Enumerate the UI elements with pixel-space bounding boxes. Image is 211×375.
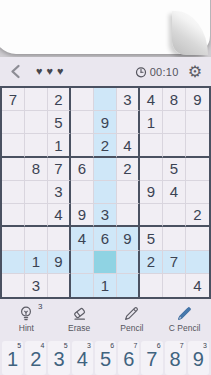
cell-r8c7[interactable]: 2 xyxy=(140,251,163,274)
cell-r9c1[interactable] xyxy=(2,274,25,297)
cell-r5c8[interactable]: 4 xyxy=(163,181,186,204)
hint-label: Hint xyxy=(19,323,34,333)
cell-r9c6[interactable] xyxy=(117,274,140,297)
numpad: 152435435667768793 xyxy=(0,339,211,375)
pencil-icon xyxy=(123,305,140,322)
cell-r6c4[interactable]: 9 xyxy=(71,204,94,227)
back-button[interactable] xyxy=(9,64,22,79)
numpad-digit: 6 xyxy=(123,349,134,369)
sudoku-board: 72348959112487625394493246951927314 xyxy=(0,86,211,299)
numpad-digit: 2 xyxy=(30,349,41,369)
cell-r1c8[interactable]: 8 xyxy=(163,88,186,111)
cell-r5c5[interactable] xyxy=(94,181,117,204)
cell-r1c2[interactable] xyxy=(25,88,48,111)
cell-r9c5[interactable]: 1 xyxy=(94,274,117,297)
numpad-count: 3 xyxy=(87,342,91,349)
lives: ♥♥♥ xyxy=(36,66,64,77)
cell-r7c3[interactable] xyxy=(48,227,71,250)
cell-r9c3[interactable] xyxy=(48,274,71,297)
cell-r8c8[interactable]: 7 xyxy=(163,251,186,274)
erase-button[interactable]: Erase xyxy=(53,305,106,333)
cell-r3c4[interactable] xyxy=(71,134,94,157)
cell-r7c5[interactable]: 6 xyxy=(94,227,117,250)
cell-r7c6[interactable]: 9 xyxy=(117,227,140,250)
header: ♥♥♥ 00:10 ⚙ xyxy=(0,57,211,86)
cell-r5c7[interactable]: 9 xyxy=(140,181,163,204)
cell-r4c1[interactable] xyxy=(2,158,25,181)
cell-r5c6[interactable] xyxy=(117,181,140,204)
numpad-digit: 8 xyxy=(170,349,181,369)
cell-r8c9[interactable] xyxy=(186,251,209,274)
numpad-digit: 1 xyxy=(7,349,18,369)
timer: 00:10 xyxy=(135,66,179,78)
cell-r5c1[interactable] xyxy=(2,181,25,204)
heart-icon: ♥ xyxy=(47,66,54,77)
cell-r4c3[interactable]: 7 xyxy=(48,158,71,181)
pencil-button[interactable]: Pencil xyxy=(106,305,159,333)
cell-r4c2[interactable]: 8 xyxy=(25,158,48,181)
cell-r3c9[interactable] xyxy=(186,134,209,157)
numpad-digit: 5 xyxy=(100,349,111,369)
heart-icon: ♥ xyxy=(36,66,43,77)
numpad-key-4[interactable]: 43 xyxy=(72,341,93,375)
cell-r3c1[interactable] xyxy=(2,134,25,157)
cell-r9c4[interactable] xyxy=(71,274,94,297)
cell-r2c9[interactable] xyxy=(186,111,209,134)
cell-r1c4[interactable] xyxy=(71,88,94,111)
gear-icon: ⚙ xyxy=(188,63,202,80)
cell-r2c1[interactable] xyxy=(2,111,25,134)
cell-r3c5[interactable]: 2 xyxy=(94,134,117,157)
cell-r8c3[interactable]: 9 xyxy=(48,251,71,274)
numpad-key-9[interactable]: 93 xyxy=(188,341,209,375)
cell-r4c5[interactable] xyxy=(94,158,117,181)
cell-r4c9[interactable] xyxy=(186,158,209,181)
cell-r4c8[interactable]: 5 xyxy=(163,158,186,181)
numpad-key-8[interactable]: 87 xyxy=(165,341,186,375)
hint-count-badge: 3 xyxy=(38,302,42,311)
cell-r6c5[interactable]: 3 xyxy=(94,204,117,227)
ad-banner xyxy=(0,0,211,57)
cell-r7c7[interactable]: 5 xyxy=(140,227,163,250)
cell-r6c9[interactable]: 2 xyxy=(186,204,209,227)
cell-r8c5[interactable] xyxy=(94,251,117,274)
cell-r9c8[interactable] xyxy=(163,274,186,297)
clock-icon xyxy=(135,66,147,78)
cell-r1c9[interactable]: 9 xyxy=(186,88,209,111)
bulb-icon xyxy=(18,305,34,322)
chevron-left-icon xyxy=(9,64,22,79)
hint-button[interactable]: 3 Hint xyxy=(0,305,53,333)
cell-r4c4[interactable]: 6 xyxy=(71,158,94,181)
pencil-label: Pencil xyxy=(120,323,143,333)
cell-r5c3[interactable]: 3 xyxy=(48,181,71,204)
cell-r6c8[interactable] xyxy=(163,204,186,227)
cell-r1c7[interactable]: 4 xyxy=(140,88,163,111)
numpad-digit: 4 xyxy=(77,349,88,369)
cell-r3c8[interactable] xyxy=(163,134,186,157)
cell-r6c1[interactable] xyxy=(2,204,25,227)
cell-r8c2[interactable]: 1 xyxy=(25,251,48,274)
cell-r7c4[interactable]: 4 xyxy=(71,227,94,250)
cell-r3c3[interactable]: 1 xyxy=(48,134,71,157)
cell-r2c8[interactable] xyxy=(163,111,186,134)
cell-r1c1[interactable]: 7 xyxy=(2,88,25,111)
numpad-digit: 7 xyxy=(146,349,157,369)
cell-r8c6[interactable] xyxy=(117,251,140,274)
cell-r7c8[interactable] xyxy=(163,227,186,250)
numpad-key-3[interactable]: 35 xyxy=(48,341,69,375)
cell-r2c4[interactable] xyxy=(71,111,94,134)
settings-button[interactable]: ⚙ xyxy=(188,64,202,80)
numpad-key-6[interactable]: 67 xyxy=(118,341,139,375)
cell-r7c9[interactable] xyxy=(186,227,209,250)
cell-r2c6[interactable] xyxy=(117,111,140,134)
cell-r2c5[interactable]: 9 xyxy=(94,111,117,134)
cell-r1c5[interactable] xyxy=(94,88,117,111)
cell-r7c2[interactable] xyxy=(25,227,48,250)
erase-label: Erase xyxy=(68,323,90,333)
color-pencil-button[interactable]: C Pencil xyxy=(158,305,211,333)
cell-r5c4[interactable] xyxy=(71,181,94,204)
cell-r6c2[interactable] xyxy=(25,204,48,227)
numpad-count: 5 xyxy=(64,342,68,349)
heart-icon: ♥ xyxy=(57,66,64,77)
timer-value: 00:10 xyxy=(150,66,179,78)
numpad-count: 6 xyxy=(157,342,161,349)
cell-r5c2[interactable] xyxy=(25,181,48,204)
cell-r3c2[interactable] xyxy=(25,134,48,157)
cell-r4c7[interactable] xyxy=(140,158,163,181)
numpad-digit: 9 xyxy=(193,349,204,369)
cell-r4c6[interactable]: 2 xyxy=(117,158,140,181)
numpad-count: 7 xyxy=(133,342,137,349)
numpad-key-2[interactable]: 24 xyxy=(25,341,46,375)
cell-r6c7[interactable] xyxy=(140,204,163,227)
cell-r8c1[interactable] xyxy=(2,251,25,274)
cell-r9c9[interactable]: 4 xyxy=(186,274,209,297)
cell-r2c7[interactable]: 1 xyxy=(140,111,163,134)
color-pencil-icon xyxy=(176,305,193,322)
color-pencil-label: C Pencil xyxy=(169,323,201,333)
cell-r3c7[interactable] xyxy=(140,134,163,157)
cell-r6c6[interactable] xyxy=(117,204,140,227)
numpad-key-1[interactable]: 15 xyxy=(2,341,23,375)
cell-r1c3[interactable]: 2 xyxy=(48,88,71,111)
numpad-key-5[interactable]: 56 xyxy=(95,341,116,375)
cell-r2c2[interactable] xyxy=(25,111,48,134)
numpad-count: 4 xyxy=(41,342,45,349)
cell-r8c4[interactable] xyxy=(71,251,94,274)
cell-r3c6[interactable]: 4 xyxy=(117,134,140,157)
numpad-count: 5 xyxy=(17,342,21,349)
cell-r7c1[interactable] xyxy=(2,227,25,250)
cell-r6c3[interactable]: 4 xyxy=(48,204,71,227)
numpad-count: 7 xyxy=(180,342,184,349)
cell-r2c3[interactable]: 5 xyxy=(48,111,71,134)
action-toolbar: 3 Hint Erase Pencil C Pencil xyxy=(0,299,211,339)
numpad-count: 6 xyxy=(110,342,114,349)
eraser-icon xyxy=(71,305,88,322)
numpad-digit: 3 xyxy=(53,349,64,369)
numpad-count: 3 xyxy=(203,342,207,349)
numpad-key-7[interactable]: 76 xyxy=(141,341,162,375)
cell-r9c2[interactable]: 3 xyxy=(25,274,48,297)
cell-r1c6[interactable]: 3 xyxy=(117,88,140,111)
cell-r5c9[interactable] xyxy=(186,181,209,204)
cell-r9c7[interactable] xyxy=(140,274,163,297)
